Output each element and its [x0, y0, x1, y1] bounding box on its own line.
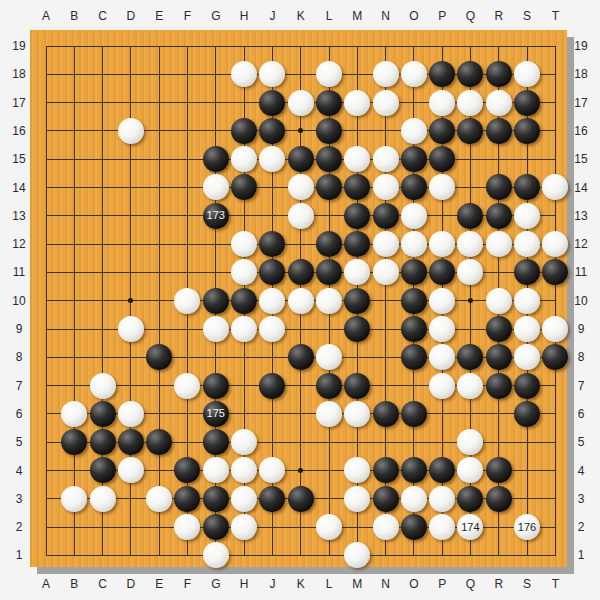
stone-white — [401, 61, 427, 87]
stone-black — [401, 288, 427, 314]
stone-black — [429, 146, 455, 172]
stone-black — [174, 457, 200, 483]
stone-white — [90, 373, 116, 399]
column-label-top: S — [523, 9, 531, 23]
stone-black — [259, 90, 285, 116]
column-label-bottom: H — [240, 577, 249, 591]
stone-black — [316, 259, 342, 285]
stone-black — [90, 401, 116, 427]
stone-black — [90, 457, 116, 483]
stones-grid: 173175174176 — [32, 32, 570, 570]
row-label-right: 3 — [578, 492, 585, 506]
stone-black — [514, 373, 540, 399]
row-label-left: 3 — [16, 492, 23, 506]
stone-white — [146, 486, 172, 512]
stone-white — [259, 146, 285, 172]
column-label-top: H — [240, 9, 249, 23]
stone-white — [486, 90, 512, 116]
stone-white — [457, 259, 483, 285]
column-label-bottom: K — [297, 577, 305, 591]
stone-white — [316, 61, 342, 87]
row-label-left: 4 — [16, 464, 23, 478]
stone-white: 174 — [457, 514, 483, 540]
stone-white — [429, 373, 455, 399]
stone-black — [401, 344, 427, 370]
stone-white — [542, 174, 568, 200]
column-label-bottom: D — [127, 577, 136, 591]
row-label-left: 19 — [12, 39, 25, 53]
stone-white — [118, 118, 144, 144]
column-label-top: A — [42, 9, 50, 23]
column-label-bottom: G — [211, 577, 220, 591]
stone-black — [203, 146, 229, 172]
stone-white — [61, 486, 87, 512]
stone-black — [259, 373, 285, 399]
stone-white — [429, 514, 455, 540]
stone-black — [514, 259, 540, 285]
row-label-left: 16 — [12, 124, 25, 138]
stone-black — [259, 231, 285, 257]
stone-white — [118, 316, 144, 342]
row-label-left: 9 — [16, 322, 23, 336]
stone-black — [316, 231, 342, 257]
stone-white — [429, 174, 455, 200]
stone-black — [486, 118, 512, 144]
stone-black — [288, 259, 314, 285]
stone-white — [288, 174, 314, 200]
stone-black — [231, 118, 257, 144]
stone-black — [486, 174, 512, 200]
stone-black — [373, 457, 399, 483]
stone-black — [373, 203, 399, 229]
column-label-bottom: O — [409, 577, 418, 591]
stone-black — [401, 174, 427, 200]
column-label-bottom: P — [438, 577, 446, 591]
row-label-right: 7 — [578, 379, 585, 393]
stone-black — [61, 429, 87, 455]
row-label-right: 14 — [574, 181, 587, 195]
column-label-bottom: J — [269, 577, 275, 591]
row-label-left: 11 — [13, 265, 25, 279]
stone-black — [401, 259, 427, 285]
row-label-left: 6 — [16, 407, 23, 421]
stone-white — [259, 316, 285, 342]
stone-white — [344, 486, 370, 512]
stone-white — [542, 231, 568, 257]
stone-black — [514, 401, 540, 427]
stone-white — [316, 514, 342, 540]
stone-white — [231, 486, 257, 512]
move-number-label: 175 — [207, 408, 225, 419]
stone-white — [90, 486, 116, 512]
stone-white — [514, 288, 540, 314]
row-label-left: 17 — [12, 96, 25, 110]
column-label-top: R — [494, 9, 503, 23]
column-label-top: J — [269, 9, 275, 23]
row-label-right: 1 — [578, 548, 585, 562]
row-label-right: 5 — [578, 435, 585, 449]
stone-white — [429, 90, 455, 116]
stone-white — [344, 542, 370, 568]
stone-black — [514, 118, 540, 144]
stone-black — [259, 259, 285, 285]
stone-black — [231, 174, 257, 200]
stone-white — [203, 174, 229, 200]
stone-white — [231, 514, 257, 540]
stone-black — [429, 61, 455, 87]
row-label-left: 5 — [16, 435, 23, 449]
column-label-top: T — [552, 9, 559, 23]
goban[interactable]: 173175174176 — [30, 30, 567, 567]
stone-black — [203, 373, 229, 399]
row-label-left: 14 — [12, 181, 25, 195]
stone-white — [231, 259, 257, 285]
column-label-top: M — [352, 9, 362, 23]
stone-black — [373, 486, 399, 512]
stone-black — [344, 174, 370, 200]
stone-black — [344, 231, 370, 257]
stone-black — [316, 174, 342, 200]
stone-black — [429, 457, 455, 483]
stone-white — [373, 514, 399, 540]
stone-black — [486, 316, 512, 342]
stone-black — [429, 118, 455, 144]
stone-black — [457, 344, 483, 370]
stone-white — [373, 61, 399, 87]
row-label-right: 11 — [575, 265, 587, 279]
column-label-bottom: E — [155, 577, 163, 591]
row-label-right: 17 — [574, 96, 587, 110]
stone-white — [344, 146, 370, 172]
stone-black — [486, 486, 512, 512]
stone-white — [203, 457, 229, 483]
column-label-top: O — [409, 9, 418, 23]
stone-white — [373, 174, 399, 200]
stone-black — [457, 61, 483, 87]
stone-black: 175 — [203, 401, 229, 427]
move-number-label: 176 — [518, 522, 536, 533]
column-label-bottom: B — [70, 577, 78, 591]
stone-black — [344, 316, 370, 342]
stone-black — [486, 344, 512, 370]
stone-black — [429, 259, 455, 285]
stone-black — [486, 61, 512, 87]
row-label-right: 8 — [578, 350, 585, 364]
stone-white — [231, 146, 257, 172]
stone-black — [203, 514, 229, 540]
stone-white — [401, 203, 427, 229]
stone-white — [203, 316, 229, 342]
stone-white — [288, 203, 314, 229]
stone-white — [231, 457, 257, 483]
stone-black — [486, 373, 512, 399]
row-label-left: 2 — [16, 520, 23, 534]
column-label-top: E — [155, 9, 163, 23]
stone-white — [429, 486, 455, 512]
row-label-left: 15 — [12, 152, 25, 166]
stone-white — [457, 373, 483, 399]
stone-black — [401, 401, 427, 427]
stone-black — [316, 90, 342, 116]
column-label-top: N — [381, 9, 390, 23]
row-label-right: 4 — [578, 464, 585, 478]
stone-black — [90, 429, 116, 455]
row-label-right: 2 — [578, 520, 585, 534]
row-label-left: 1 — [16, 548, 23, 562]
column-label-top: B — [70, 9, 78, 23]
stone-white — [231, 61, 257, 87]
column-label-bottom: M — [352, 577, 362, 591]
row-label-right: 6 — [578, 407, 585, 421]
stone-white — [316, 401, 342, 427]
stone-black — [344, 288, 370, 314]
stone-black — [174, 486, 200, 512]
stone-black — [401, 316, 427, 342]
stone-white — [457, 429, 483, 455]
row-label-right: 10 — [574, 294, 587, 308]
column-label-top: P — [438, 9, 446, 23]
stone-black — [203, 429, 229, 455]
column-label-top: F — [184, 9, 191, 23]
stone-white — [231, 316, 257, 342]
stone-white — [316, 344, 342, 370]
stone-black — [457, 486, 483, 512]
stone-white — [542, 316, 568, 342]
stone-white — [401, 486, 427, 512]
stone-white — [486, 288, 512, 314]
stone-white — [373, 90, 399, 116]
stone-white — [514, 61, 540, 87]
row-label-left: 10 — [12, 294, 25, 308]
stone-black — [401, 457, 427, 483]
stone-white — [373, 259, 399, 285]
stone-black — [259, 486, 285, 512]
column-label-top: L — [326, 9, 333, 23]
row-label-right: 19 — [574, 39, 587, 53]
stone-white — [344, 90, 370, 116]
go-game-viewer: 173175174176 AABBCCDDEEFFGGHHJJKKLLMMNNO… — [0, 0, 600, 600]
column-label-top: D — [127, 9, 136, 23]
column-label-bottom: L — [326, 577, 333, 591]
stone-white — [344, 401, 370, 427]
stone-white — [429, 344, 455, 370]
stone-black — [231, 288, 257, 314]
column-label-bottom: F — [184, 577, 191, 591]
stone-white — [457, 231, 483, 257]
row-label-right: 9 — [578, 322, 585, 336]
stone-white — [259, 457, 285, 483]
stone-white — [486, 231, 512, 257]
row-label-right: 15 — [574, 152, 587, 166]
stone-white — [316, 288, 342, 314]
stone-black — [316, 373, 342, 399]
row-label-left: 7 — [16, 379, 23, 393]
stone-black — [344, 203, 370, 229]
stone-black — [514, 90, 540, 116]
stone-white — [429, 316, 455, 342]
stone-black — [401, 146, 427, 172]
row-label-left: 13 — [12, 209, 25, 223]
stone-black — [288, 344, 314, 370]
stone-white — [514, 231, 540, 257]
stone-black — [288, 486, 314, 512]
stone-white — [259, 288, 285, 314]
stone-black — [203, 486, 229, 512]
stone-black — [146, 344, 172, 370]
row-label-right: 18 — [574, 67, 587, 81]
stone-black — [486, 457, 512, 483]
column-label-bottom: A — [42, 577, 50, 591]
column-label-bottom: T — [552, 577, 559, 591]
stone-white — [174, 373, 200, 399]
row-label-left: 12 — [12, 237, 25, 251]
column-label-top: G — [211, 9, 220, 23]
column-label-bottom: C — [98, 577, 107, 591]
stone-black — [259, 118, 285, 144]
stone-white — [514, 316, 540, 342]
stone-black — [457, 203, 483, 229]
stone-black — [146, 429, 172, 455]
stone-black — [344, 373, 370, 399]
stone-black — [316, 118, 342, 144]
column-label-bottom: R — [494, 577, 503, 591]
row-label-left: 18 — [12, 67, 25, 81]
stone-white — [401, 118, 427, 144]
stone-white — [344, 259, 370, 285]
stone-white — [61, 401, 87, 427]
stone-white — [457, 90, 483, 116]
stone-white — [174, 514, 200, 540]
stone-black — [401, 514, 427, 540]
stone-white — [174, 288, 200, 314]
stone-white — [118, 457, 144, 483]
stone-black — [542, 344, 568, 370]
stone-white: 176 — [514, 514, 540, 540]
stone-white — [259, 61, 285, 87]
stone-white — [231, 429, 257, 455]
stone-white — [118, 401, 144, 427]
column-label-top: Q — [466, 9, 475, 23]
row-label-right: 12 — [574, 237, 587, 251]
stone-black — [373, 401, 399, 427]
stone-black — [486, 203, 512, 229]
stone-white — [203, 542, 229, 568]
column-label-bottom: Q — [466, 577, 475, 591]
stone-white — [401, 231, 427, 257]
stone-black — [457, 118, 483, 144]
stone-white — [288, 288, 314, 314]
stone-black — [288, 146, 314, 172]
stone-white — [514, 203, 540, 229]
column-label-bottom: S — [523, 577, 531, 591]
column-label-top: K — [297, 9, 305, 23]
stone-black — [542, 259, 568, 285]
stone-white — [514, 344, 540, 370]
stone-white — [231, 231, 257, 257]
stone-white — [373, 231, 399, 257]
row-label-right: 13 — [574, 209, 587, 223]
column-label-bottom: N — [381, 577, 390, 591]
stone-white — [373, 146, 399, 172]
stone-black — [514, 174, 540, 200]
stone-black: 173 — [203, 203, 229, 229]
column-label-top: C — [98, 9, 107, 23]
stone-black — [316, 146, 342, 172]
stone-black — [203, 288, 229, 314]
stone-black — [118, 429, 144, 455]
stone-white — [429, 288, 455, 314]
stone-white — [457, 457, 483, 483]
move-number-label: 173 — [207, 210, 225, 221]
move-number-label: 174 — [461, 522, 479, 533]
row-label-right: 16 — [574, 124, 587, 138]
stone-white — [288, 90, 314, 116]
stone-white — [429, 231, 455, 257]
row-label-left: 8 — [16, 350, 23, 364]
stone-white — [344, 457, 370, 483]
